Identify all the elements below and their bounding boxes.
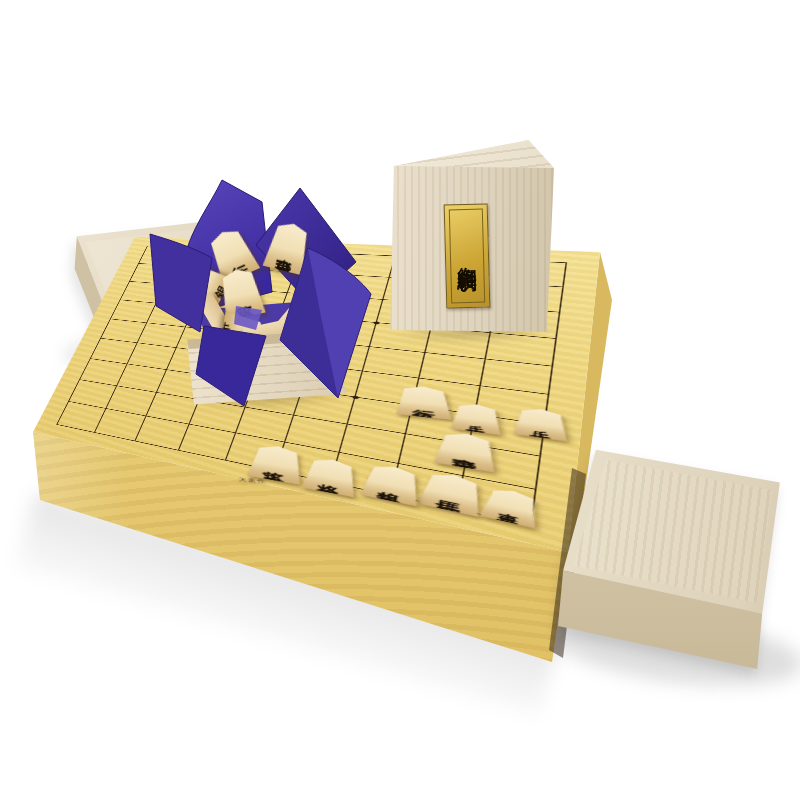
shogi-set-product-photo: 角行歩兵歩兵飛車王将天童作金将銀将桂馬香車 角行飛車王将香金将銀歩 — [0, 0, 800, 800]
gold-label-text: 御将棋駒 — [457, 252, 476, 260]
pieces-in-box-layer: 角行飛車王将香金将銀歩 — [0, 0, 800, 800]
piece-box-gold-label: 御将棋駒 — [444, 203, 491, 308]
gold-label-inner-border: 御将棋駒 — [449, 209, 485, 304]
piece-box-lidded: 御将棋駒 — [383, 138, 565, 338]
wrapping-cloth-front — [140, 160, 400, 420]
